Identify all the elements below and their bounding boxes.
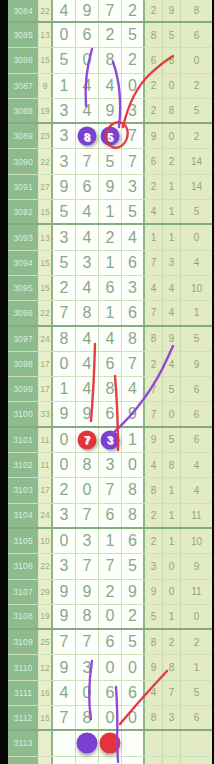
sum-cell: 22: [39, 554, 53, 578]
stat-cell: 6: [181, 402, 212, 425]
issue-cell: 3098: [8, 352, 39, 376]
stat-cell: 8: [145, 630, 163, 654]
table-row: 3084224972298: [8, 0, 212, 23]
sum-cell: 24: [39, 504, 53, 527]
digit-cell[interactable]: 3: [76, 529, 99, 553]
stat-cell: 7: [145, 402, 163, 425]
stat-cell: 9: [145, 124, 163, 148]
digit-cell[interactable]: 4: [122, 225, 145, 249]
sum-cell: 19: [39, 99, 53, 122]
digit-cell[interactable]: 9: [99, 175, 122, 199]
digit-cell[interactable]: 7: [76, 630, 99, 654]
digit-cell[interactable]: 3: [76, 251, 99, 275]
digit-cell[interactable]: 7: [76, 554, 99, 578]
stat-cell: 5: [181, 327, 212, 351]
digit-cell[interactable]: [99, 731, 122, 755]
stat-cell: 8: [145, 327, 163, 351]
digit-cell[interactable]: 8: [53, 327, 76, 351]
digit-cell[interactable]: 0: [122, 706, 145, 729]
digit-cell[interactable]: 3: [53, 504, 76, 527]
stat-cell: 2: [145, 74, 163, 98]
table-row: 3109257765822: [8, 630, 212, 655]
digit-cell[interactable]: 2: [99, 580, 122, 604]
table-row: 3101110731956: [8, 428, 212, 453]
digit-cell: [76, 757, 99, 764]
sum-cell: 11: [39, 453, 53, 477]
sum-cell: 15: [39, 200, 53, 223]
digit-cell[interactable]: 0: [76, 681, 99, 705]
stat-cell: 0: [163, 580, 181, 604]
digit-cell[interactable]: 5: [122, 554, 145, 578]
sum-cell: 10: [39, 529, 53, 553]
stat-cell: 6: [181, 706, 212, 729]
digit-cell[interactable]: 5: [53, 200, 76, 223]
digit-cell[interactable]: 7: [122, 149, 145, 173]
digit-cell[interactable]: 0: [53, 23, 76, 47]
digit-cell[interactable]: 9: [76, 580, 99, 604]
issue-cell: 3108: [8, 605, 39, 628]
issue-cell: 3095: [8, 276, 39, 300]
issue-cell: 3102: [8, 453, 39, 477]
stat-cell: 2: [145, 175, 163, 199]
digit-cell[interactable]: 7: [122, 124, 145, 148]
digit-cell[interactable]: 1: [99, 251, 122, 275]
stat-cell: 6: [181, 428, 212, 452]
stat-cell: 11: [181, 504, 212, 527]
stat-cell: 6: [145, 48, 163, 72]
issue-cell: 3109: [8, 630, 39, 654]
stat-cell: 1: [181, 655, 212, 679]
stat-cell: 0: [181, 605, 212, 628]
digit-cell[interactable]: 5: [122, 200, 145, 223]
digit-cell[interactable]: 8: [122, 504, 145, 527]
stat-cell: 7: [145, 251, 163, 275]
sum-cell: 16: [39, 681, 53, 705]
stat-cell: 7: [145, 377, 163, 401]
digit-cell[interactable]: 1: [99, 529, 122, 553]
digit-cell: [99, 757, 122, 764]
stat-cell: 2: [163, 630, 181, 654]
sum-cell: [39, 757, 53, 764]
digit-cell[interactable]: 0: [53, 529, 76, 553]
table-row: 3111164066475: [8, 681, 212, 706]
digit-cell[interactable]: 1: [53, 377, 76, 401]
table-row: 3106223775309: [8, 554, 212, 579]
digit-cell[interactable]: 8: [76, 301, 99, 324]
digit-cell[interactable]: 7: [76, 504, 99, 527]
stat-cell: 8: [163, 655, 181, 679]
digit-cell[interactable]: 1: [99, 200, 122, 223]
sum-cell: [39, 731, 53, 755]
table-row: 3094155316734: [8, 251, 212, 276]
digit-cell[interactable]: 0: [53, 352, 76, 376]
issue-cell: 3111: [8, 681, 39, 705]
digit-cell[interactable]: 8: [122, 327, 145, 351]
issue-cell: 3106: [8, 554, 39, 578]
stat-cell: [163, 731, 181, 755]
stat-cell: [145, 757, 163, 764]
sum-cell: 15: [39, 706, 53, 729]
stat-cell: 10: [181, 276, 212, 300]
digit-cell[interactable]: 7: [76, 428, 99, 452]
digit-cell: [122, 757, 145, 764]
digit-cell[interactable]: [122, 731, 145, 755]
digit-cell[interactable]: [76, 731, 99, 755]
digit-cell[interactable]: 0: [122, 655, 145, 679]
sum-cell: 22: [39, 149, 53, 173]
table-row: 3092155415415: [8, 200, 212, 225]
stat-cell: 1: [163, 478, 181, 502]
sum-cell: 17: [39, 352, 53, 376]
issue-cell: 3097: [8, 327, 39, 351]
stat-cell: 4: [181, 251, 212, 275]
stat-cell: 9: [145, 428, 163, 452]
digit-cell[interactable]: 9: [76, 402, 99, 425]
table-row: 3097248448895: [8, 327, 212, 352]
purple-ball-marker[interactable]: [77, 733, 98, 754]
stat-cell: 11: [181, 580, 212, 604]
table-row: 30912796932114: [8, 175, 212, 200]
stat-cell: 5: [145, 605, 163, 628]
stat-cell: 9: [181, 352, 212, 376]
issue-cell: 3096: [8, 301, 39, 324]
digit-cell[interactable]: 2: [99, 225, 122, 249]
stat-cell: 9: [145, 655, 163, 679]
digit-cell[interactable]: 6: [99, 681, 122, 705]
digit-cell: [53, 757, 76, 764]
digit-cell[interactable]: 0: [99, 655, 122, 679]
stat-cell: 9: [145, 580, 163, 604]
issue-cell: 3099: [8, 377, 39, 401]
issue-cell: 3107: [8, 580, 39, 604]
stat-cell: 4: [145, 681, 163, 705]
digit-cell[interactable]: 9: [99, 99, 122, 122]
stat-cell: 14: [181, 175, 212, 199]
digit-cell[interactable]: 3: [122, 175, 145, 199]
digit-cell[interactable]: 4: [76, 99, 99, 122]
stat-cell: 9: [163, 327, 181, 351]
issue-cell: 3101: [8, 428, 39, 452]
sum-cell: 12: [39, 655, 53, 679]
stat-cell: 2: [181, 124, 212, 148]
sum-cell: 33: [39, 402, 53, 425]
table-row: 308791440202: [8, 74, 212, 99]
digit-cell[interactable]: 7: [53, 301, 76, 324]
digit-cell[interactable]: 7: [99, 478, 122, 502]
issue-cell: 3088: [8, 99, 39, 122]
stat-cell: 8: [145, 706, 163, 729]
digit-cell[interactable]: 6: [99, 352, 122, 376]
table-row: 31051003162110: [8, 529, 212, 554]
digit-cell[interactable]: 9: [76, 0, 99, 21]
red-ball-marker[interactable]: [100, 733, 121, 754]
digit-cell[interactable]: 4: [53, 681, 76, 705]
digit-cell[interactable]: 3: [53, 124, 76, 148]
digit-cell[interactable]: 6: [122, 251, 145, 275]
sum-cell: 23: [39, 124, 53, 148]
digit-cell[interactable]: 9: [53, 175, 76, 199]
digit-cell[interactable]: 8: [76, 124, 99, 148]
stat-cell: 5: [181, 99, 212, 122]
digit-cell[interactable]: 7: [76, 149, 99, 173]
stat-cell: 5: [181, 681, 212, 705]
issue-cell: 3112: [8, 706, 39, 729]
issue-cell: 3093: [8, 225, 39, 249]
issue-cell: 3105: [8, 529, 39, 553]
sum-cell: 9: [39, 74, 53, 98]
digit-cell[interactable]: 5: [122, 630, 145, 654]
issue-cell: 3091: [8, 175, 39, 199]
table-row: 3085130625856: [8, 23, 212, 48]
stat-cell: 14: [181, 149, 212, 173]
stat-cell: 5: [181, 200, 212, 223]
stat-cell: 9: [181, 554, 212, 578]
purple-ball-marker[interactable]: 5: [101, 127, 120, 146]
trend-table: 3084224972298308513062585630861550826803…: [8, 0, 212, 764]
sum-cell: 27: [39, 175, 53, 199]
stat-cell: 3: [163, 251, 181, 275]
issue-cell: 3084: [8, 0, 39, 21]
digit-cell[interactable]: 2: [53, 478, 76, 502]
sum-cell: 15: [39, 48, 53, 72]
sum-cell: 13: [39, 23, 53, 47]
digit-cell[interactable]: 6: [122, 529, 145, 553]
sum-cell: 17: [39, 478, 53, 502]
sum-cell: 29: [39, 580, 53, 604]
table-row: 3093133424110: [8, 225, 212, 250]
digit-cell[interactable]: 3: [53, 149, 76, 173]
digit-cell[interactable]: 9: [122, 580, 145, 604]
stat-cell: 4: [163, 352, 181, 376]
stat-cell: 6: [181, 23, 212, 47]
digit-cell[interactable]: 9: [53, 655, 76, 679]
digit-cell[interactable]: 6: [99, 402, 122, 425]
digit-cell[interactable]: [53, 731, 76, 755]
stat-cell: 0: [163, 74, 181, 98]
digit-cell[interactable]: 6: [99, 276, 122, 300]
digit-cell[interactable]: 8: [76, 453, 99, 477]
digit-cell[interactable]: 4: [76, 352, 99, 376]
digit-cell[interactable]: 4: [99, 74, 122, 98]
digit-cell[interactable]: 2: [53, 276, 76, 300]
digit-cell[interactable]: 9: [53, 580, 76, 604]
issue-cell: 3113: [8, 731, 39, 755]
digit-cell[interactable]: 8: [99, 48, 122, 72]
stat-cell: 2: [145, 529, 163, 553]
stat-cell: 1: [163, 200, 181, 223]
digit-cell[interactable]: 0: [122, 453, 145, 477]
issue-cell: 3104: [8, 504, 39, 527]
digit-cell[interactable]: 1: [122, 428, 145, 452]
digit-cell[interactable]: 4: [99, 327, 122, 351]
digit-cell[interactable]: 3: [53, 225, 76, 249]
sum-cell: 25: [39, 630, 53, 654]
stat-cell: 4: [181, 453, 212, 477]
table-row: 3089233857902: [8, 124, 212, 149]
table-row: 3100339969706: [8, 402, 212, 427]
digit-cell[interactable]: 3: [53, 554, 76, 578]
stat-cell: 2: [145, 0, 163, 21]
stat-cell: 5: [163, 428, 181, 452]
stat-cell: [181, 731, 212, 755]
lottery-trend-chart: 3084224972298308513062585630861550826803…: [0, 0, 214, 764]
digit-cell[interactable]: 8: [76, 706, 99, 729]
table-row: 31042437682111: [8, 504, 212, 529]
digit-cell[interactable]: 5: [122, 23, 145, 47]
table-row: 30951524634410: [8, 276, 212, 301]
digit-cell[interactable]: 7: [53, 706, 76, 729]
stat-cell: 4: [145, 453, 163, 477]
digit-cell[interactable]: 6: [122, 681, 145, 705]
issue-cell: [8, 757, 39, 764]
stat-cell: 2: [145, 504, 163, 527]
digit-cell[interactable]: 2: [122, 605, 145, 628]
digit-cell[interactable]: 6: [99, 630, 122, 654]
stat-cell: 1: [163, 605, 181, 628]
digit-cell[interactable]: 4: [53, 0, 76, 21]
digit-cell[interactable]: 6: [76, 23, 99, 47]
digit-cell[interactable]: 0: [53, 428, 76, 452]
stat-cell: 1: [163, 504, 181, 527]
digit-cell[interactable]: 0: [53, 453, 76, 477]
digit-cell[interactable]: 4: [76, 74, 99, 98]
stat-cell: 3: [145, 554, 163, 578]
stat-cell: 3: [163, 706, 181, 729]
stat-cell: 1: [145, 225, 163, 249]
digit-cell[interactable]: 0: [76, 478, 99, 502]
digit-cell[interactable]: 7: [99, 0, 122, 21]
table-row: 3108199802510: [8, 605, 212, 630]
stat-cell: 8: [145, 478, 163, 502]
digit-cell[interactable]: 6: [76, 175, 99, 199]
purple-ball-marker[interactable]: 3: [101, 430, 120, 449]
table-row: 3102110830484: [8, 453, 212, 478]
table-row: 3113: [8, 731, 212, 756]
digit-cell[interactable]: 4: [76, 225, 99, 249]
stat-cell: 9: [163, 0, 181, 21]
digit-cell[interactable]: 4: [122, 377, 145, 401]
digit-cell[interactable]: 1: [53, 74, 76, 98]
digit-cell[interactable]: 3: [122, 276, 145, 300]
digit-cell[interactable]: 0: [76, 48, 99, 72]
digit-cell[interactable]: 4: [76, 200, 99, 223]
stat-cell: 0: [163, 124, 181, 148]
stat-cell: 2: [181, 630, 212, 654]
digit-cell[interactable]: 3: [76, 655, 99, 679]
issue-cell: 3089: [8, 124, 39, 148]
stat-cell: 0: [181, 48, 212, 72]
stat-cell: 6: [145, 149, 163, 173]
stat-cell: 2: [181, 74, 212, 98]
digit-cell[interactable]: 5: [99, 124, 122, 148]
digit-cell[interactable]: 2: [122, 48, 145, 72]
stat-cell: 0: [163, 554, 181, 578]
sum-cell: 13: [39, 225, 53, 249]
table-row: 3103172078814: [8, 478, 212, 503]
digit-cell[interactable]: 8: [99, 377, 122, 401]
issue-cell: 3110: [8, 655, 39, 679]
digit-cell[interactable]: 2: [122, 0, 145, 21]
stat-cell: 2: [145, 99, 163, 122]
issue-cell: 3087: [8, 74, 39, 98]
sum-cell: 24: [39, 327, 53, 351]
digit-cell[interactable]: 3: [53, 99, 76, 122]
table-row: 3110129300981: [8, 655, 212, 680]
stat-cell: [163, 757, 181, 764]
digit-cell[interactable]: 5: [53, 48, 76, 72]
digit-cell[interactable]: 3: [122, 99, 145, 122]
stat-cell: 5: [163, 377, 181, 401]
table-row: 3098170467249: [8, 352, 212, 377]
sum-cell: 15: [39, 276, 53, 300]
issue-cell: 3092: [8, 200, 39, 223]
digit-cell[interactable]: 9: [53, 402, 76, 425]
digit-cell[interactable]: 7: [122, 352, 145, 376]
digit-cell[interactable]: 5: [53, 251, 76, 275]
table-row: 30902237576214: [8, 149, 212, 174]
digit-cell[interactable]: 1: [99, 301, 122, 324]
issue-cell: 3094: [8, 251, 39, 275]
digit-cell[interactable]: 7: [99, 554, 122, 578]
digit-cell[interactable]: 4: [76, 327, 99, 351]
digit-cell[interactable]: 5: [99, 149, 122, 173]
stat-cell: [145, 731, 163, 755]
stat-cell: 1: [181, 301, 212, 324]
stat-cell: 7: [145, 301, 163, 324]
table-row: 31072999299011: [8, 580, 212, 605]
stat-cell: 8: [145, 23, 163, 47]
stat-cell: 4: [145, 200, 163, 223]
digit-cell[interactable]: 0: [99, 605, 122, 628]
table-row-partial: [8, 757, 212, 764]
digit-cell[interactable]: 6: [122, 301, 145, 324]
sum-cell: 19: [39, 605, 53, 628]
issue-cell: 3103: [8, 478, 39, 502]
digit-cell[interactable]: 2: [99, 23, 122, 47]
stat-cell: 4: [145, 276, 163, 300]
purple-ball-marker[interactable]: 8: [78, 127, 97, 146]
stat-cell: 4: [181, 478, 212, 502]
stat-cell: 8: [181, 0, 212, 21]
digit-cell[interactable]: 0: [99, 706, 122, 729]
sum-cell: 17: [39, 377, 53, 401]
issue-cell: 3085: [8, 23, 39, 47]
digit-cell[interactable]: 7: [53, 630, 76, 654]
stat-cell: [181, 757, 212, 764]
digit-cell[interactable]: 0: [122, 74, 145, 98]
stat-cell: 7: [163, 681, 181, 705]
stat-cell: 4: [163, 276, 181, 300]
digit-cell[interactable]: 4: [76, 276, 99, 300]
table-row: 3088193493285: [8, 99, 212, 124]
digit-cell[interactable]: 8: [76, 605, 99, 628]
digit-cell[interactable]: 9: [122, 402, 145, 425]
red-ball-marker[interactable]: 7: [78, 430, 97, 449]
stat-cell: 1: [163, 175, 181, 199]
sum-cell: 11: [39, 428, 53, 452]
stat-cell: 1: [163, 225, 181, 249]
digit-cell[interactable]: 9: [53, 605, 76, 628]
stat-cell: 2: [145, 352, 163, 376]
digit-cell[interactable]: 6: [99, 504, 122, 527]
sum-cell: 22: [39, 301, 53, 324]
digit-cell[interactable]: 3: [99, 428, 122, 452]
stat-cell: 10: [181, 529, 212, 553]
digit-cell[interactable]: 4: [76, 377, 99, 401]
digit-cell[interactable]: 8: [122, 478, 145, 502]
stat-cell: 4: [163, 301, 181, 324]
digit-cell[interactable]: 3: [99, 453, 122, 477]
